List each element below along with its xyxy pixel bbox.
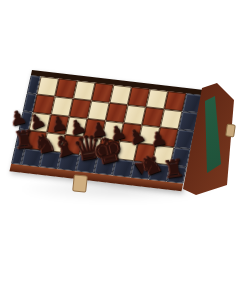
pieces-layer: ♟ ♟ ♟ ♟ ♟ ♟ ♟ ♟ ♜ ♞ ♝ ♛ ♚ ♝ ♞ ♜ [0, 0, 240, 290]
black-pawn-piece: ♟ [125, 124, 148, 148]
black-rook-piece: ♜ [162, 156, 187, 183]
product-photo-stage: ♟ ♟ ♟ ♟ ♟ ♟ ♟ ♟ ♜ ♞ ♝ ♛ ♚ ♝ ♞ ♜ [0, 0, 240, 290]
